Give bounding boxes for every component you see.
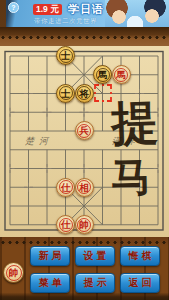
- settings-button[interactable]: 设置: [75, 246, 115, 266]
- app-screen: ? 1.9 元 学日语 带你走进二次元世界 楚河 漢界 提: [0, 0, 169, 300]
- hint-button[interactable]: 提示: [75, 273, 115, 293]
- nail-trim-bottom: [0, 240, 169, 245]
- ad-info-icon[interactable]: ?: [8, 2, 19, 13]
- piece-red-仕[interactable]: 仕: [56, 215, 75, 234]
- back-button[interactable]: 返回: [120, 273, 160, 293]
- piece-black-士[interactable]: 士: [56, 46, 75, 65]
- ad-banner[interactable]: ? 1.9 元 学日语 带你走进二次元世界: [6, 0, 169, 27]
- piece-black-士[interactable]: 士: [56, 84, 75, 103]
- ad-title: 学日语: [68, 2, 104, 17]
- piece-black-将[interactable]: 将: [75, 84, 94, 103]
- xiangqi-board[interactable]: 楚河 漢界 提 马 士馬馬士将兵仕相仕帥: [0, 46, 169, 237]
- selection-marker: [94, 84, 112, 102]
- nail-trim-top: [0, 35, 169, 40]
- piece-red-兵[interactable]: 兵: [75, 121, 94, 140]
- ad-subtitle: 带你走进二次元世界: [34, 17, 97, 26]
- piece-black-馬[interactable]: 馬: [93, 65, 112, 84]
- board-grid: 士馬馬士将兵仕相仕帥: [1, 47, 168, 235]
- piece-red-仕[interactable]: 仕: [56, 178, 75, 197]
- anime-characters-image: [105, 0, 169, 27]
- piece-red-帥[interactable]: 帥: [75, 215, 94, 234]
- piece-red-相[interactable]: 相: [75, 178, 94, 197]
- piece-red-馬[interactable]: 馬: [112, 65, 131, 84]
- menu-button[interactable]: 菜单: [30, 273, 70, 293]
- undo-move-button[interactable]: 悔棋: [120, 246, 160, 266]
- red-side-indicator-piece: 帥: [3, 262, 24, 283]
- new-game-button[interactable]: 新局: [30, 246, 70, 266]
- ad-price-badge: 1.9 元: [33, 4, 62, 15]
